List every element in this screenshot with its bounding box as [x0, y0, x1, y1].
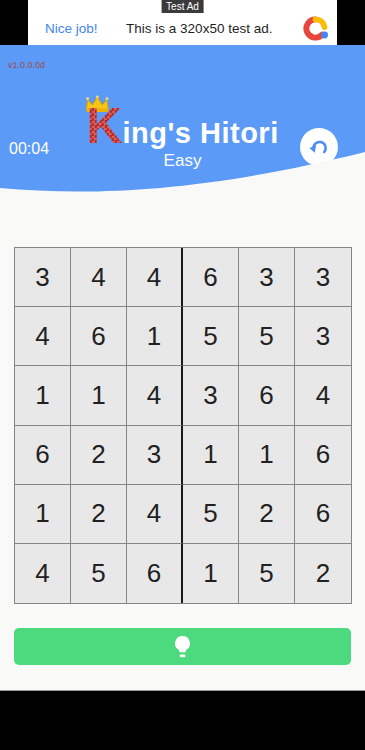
bottom-nav-bar: [0, 690, 365, 750]
grid-cell[interactable]: 1: [127, 307, 183, 366]
grid-cell[interactable]: 4: [15, 544, 71, 603]
grid-cell[interactable]: 6: [71, 307, 127, 366]
grid-cell[interactable]: 3: [295, 307, 351, 366]
grid-cell[interactable]: 1: [15, 366, 71, 425]
grid-cell[interactable]: 1: [183, 544, 239, 603]
grid-cell[interactable]: 6: [15, 426, 71, 485]
ad-body-text[interactable]: This is a 320x50 test ad.: [98, 21, 301, 36]
grid-cell[interactable]: 1: [239, 426, 295, 485]
grid-cell[interactable]: 5: [71, 544, 127, 603]
ad-content[interactable]: Test Ad Nice job! This is a 320x50 test …: [28, 0, 337, 45]
grid-cell[interactable]: 6: [295, 485, 351, 544]
grid-cell[interactable]: 3: [295, 248, 351, 307]
grid-cell[interactable]: 2: [295, 544, 351, 603]
grid-cell[interactable]: 5: [183, 307, 239, 366]
grid-cell[interactable]: 5: [239, 307, 295, 366]
grid-cell[interactable]: 6: [183, 248, 239, 307]
header-wave-curve: [0, 146, 365, 196]
grid-cell[interactable]: 6: [127, 544, 183, 603]
grid-cell[interactable]: 3: [15, 248, 71, 307]
grid-cell[interactable]: 4: [295, 366, 351, 425]
lightbulb-icon: [169, 633, 196, 660]
app-screen: Test Ad Nice job! This is a 320x50 test …: [0, 0, 365, 750]
grid-cell[interactable]: 3: [127, 426, 183, 485]
grid-cell[interactable]: 4: [127, 485, 183, 544]
grid-cell[interactable]: 1: [183, 426, 239, 485]
grid-cell[interactable]: 3: [183, 366, 239, 425]
hitori-grid: 344633461553114364623116124526456152: [14, 247, 352, 604]
ad-headline[interactable]: Nice job!: [45, 21, 98, 36]
grid-cell[interactable]: 1: [15, 485, 71, 544]
logo-letter-k: K: [86, 103, 122, 149]
grid-cell[interactable]: 1: [71, 366, 127, 425]
grid-cell[interactable]: 4: [71, 248, 127, 307]
grid-cell[interactable]: 2: [71, 426, 127, 485]
test-ad-badge: Test Ad: [161, 0, 204, 13]
grid-cell[interactable]: 3: [239, 248, 295, 307]
grid-cell[interactable]: 6: [239, 366, 295, 425]
grid-cell[interactable]: 2: [71, 485, 127, 544]
grid-cell[interactable]: 5: [239, 544, 295, 603]
ad-left-black-bar: [0, 0, 28, 45]
grid-cell[interactable]: 4: [127, 366, 183, 425]
grid-cell[interactable]: 4: [15, 307, 71, 366]
grid-cell[interactable]: 4: [127, 248, 183, 307]
ad-banner[interactable]: Test Ad Nice job! This is a 320x50 test …: [0, 0, 365, 45]
game-header: v1.0.0.0d 00:04 K ing's Hitori Easy: [0, 45, 365, 196]
hint-button[interactable]: [14, 628, 351, 665]
grid-cell[interactable]: 6: [295, 426, 351, 485]
admob-icon[interactable]: [301, 14, 330, 43]
version-label: v1.0.0.0d: [8, 60, 45, 70]
ad-right-black-bar: [337, 0, 365, 45]
grid-cell[interactable]: 5: [183, 485, 239, 544]
app-logo: K ing's Hitori: [86, 103, 278, 150]
grid-cell[interactable]: 2: [239, 485, 295, 544]
